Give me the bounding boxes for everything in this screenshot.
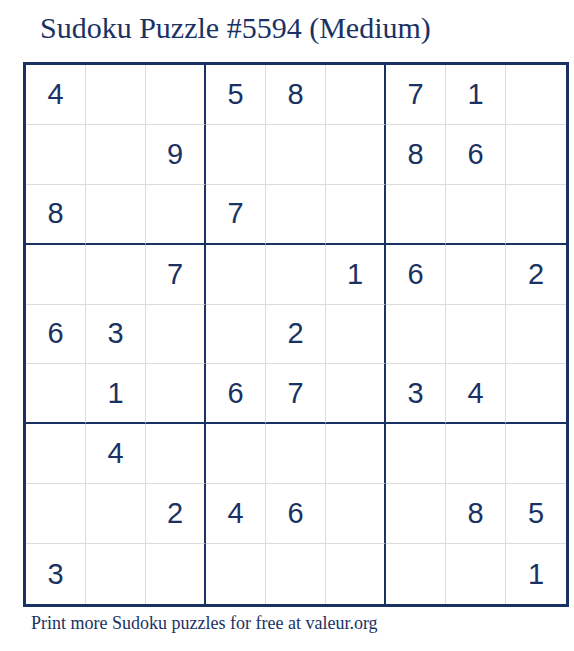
cell-r7-c3: [146, 424, 206, 484]
cell-r8-c4: 4: [206, 484, 266, 544]
cell-r6-c5: 7: [266, 364, 326, 424]
cell-r3-c2: [86, 185, 146, 245]
cell-r3-c1: 8: [26, 185, 86, 245]
sudoku-board: 458719868771626321673442468531: [23, 62, 569, 607]
cell-r1-c8: 1: [446, 65, 506, 125]
cell-r4-c4: [206, 245, 266, 305]
cell-r9-c8: [446, 544, 506, 604]
cell-r8-c8: 8: [446, 484, 506, 544]
cell-r7-c4: [206, 424, 266, 484]
cell-r9-c6: [326, 544, 386, 604]
cell-r9-c9: 1: [506, 544, 566, 604]
cell-r8-c5: 6: [266, 484, 326, 544]
cell-r2-c7: 8: [386, 125, 446, 185]
cell-r3-c5: [266, 185, 326, 245]
cell-r1-c5: 8: [266, 65, 326, 125]
cell-r1-c6: [326, 65, 386, 125]
cell-r4-c5: [266, 245, 326, 305]
cell-r7-c9: [506, 424, 566, 484]
cell-r1-c9: [506, 65, 566, 125]
cell-r5-c6: [326, 305, 386, 365]
cell-r2-c9: [506, 125, 566, 185]
cell-r3-c3: [146, 185, 206, 245]
cell-r6-c7: 3: [386, 364, 446, 424]
cell-r1-c1: 4: [26, 65, 86, 125]
cell-r7-c2: 4: [86, 424, 146, 484]
cell-r8-c1: [26, 484, 86, 544]
cell-r9-c5: [266, 544, 326, 604]
cell-r8-c2: [86, 484, 146, 544]
cell-r1-c2: [86, 65, 146, 125]
cell-r4-c9: 2: [506, 245, 566, 305]
cell-r4-c3: 7: [146, 245, 206, 305]
cell-r5-c2: 3: [86, 305, 146, 365]
cell-r9-c3: [146, 544, 206, 604]
cell-r4-c6: 1: [326, 245, 386, 305]
cell-r1-c3: [146, 65, 206, 125]
cell-r2-c6: [326, 125, 386, 185]
cell-r7-c6: [326, 424, 386, 484]
cell-r2-c2: [86, 125, 146, 185]
cell-r9-c1: 3: [26, 544, 86, 604]
cell-r2-c1: [26, 125, 86, 185]
cell-r7-c1: [26, 424, 86, 484]
cell-r5-c7: [386, 305, 446, 365]
cell-r5-c9: [506, 305, 566, 365]
cell-r4-c1: [26, 245, 86, 305]
cell-r8-c3: 2: [146, 484, 206, 544]
cell-r5-c4: [206, 305, 266, 365]
cell-r6-c6: [326, 364, 386, 424]
cell-r7-c8: [446, 424, 506, 484]
cell-r2-c5: [266, 125, 326, 185]
cell-r3-c6: [326, 185, 386, 245]
cell-r2-c8: 6: [446, 125, 506, 185]
cell-r1-c4: 5: [206, 65, 266, 125]
cell-r2-c4: [206, 125, 266, 185]
cell-r3-c4: 7: [206, 185, 266, 245]
page-title: Sudoku Puzzle #5594 (Medium): [40, 11, 431, 45]
cell-r6-c1: [26, 364, 86, 424]
cell-r3-c8: [446, 185, 506, 245]
cell-r9-c2: [86, 544, 146, 604]
cell-r9-c4: [206, 544, 266, 604]
cell-r1-c7: 7: [386, 65, 446, 125]
cell-r6-c3: [146, 364, 206, 424]
cell-r5-c5: 2: [266, 305, 326, 365]
footer-text: Print more Sudoku puzzles for free at va…: [31, 613, 378, 634]
cell-r3-c7: [386, 185, 446, 245]
cell-r6-c2: 1: [86, 364, 146, 424]
cell-r3-c9: [506, 185, 566, 245]
cell-r7-c5: [266, 424, 326, 484]
cell-r4-c8: [446, 245, 506, 305]
cell-r9-c7: [386, 544, 446, 604]
cell-r8-c6: [326, 484, 386, 544]
cell-r8-c7: [386, 484, 446, 544]
cell-r4-c7: 6: [386, 245, 446, 305]
cell-r4-c2: [86, 245, 146, 305]
cell-r5-c1: 6: [26, 305, 86, 365]
cell-r5-c8: [446, 305, 506, 365]
cell-r6-c9: [506, 364, 566, 424]
cell-r6-c4: 6: [206, 364, 266, 424]
cell-r7-c7: [386, 424, 446, 484]
cell-r2-c3: 9: [146, 125, 206, 185]
cell-r8-c9: 5: [506, 484, 566, 544]
cell-r6-c8: 4: [446, 364, 506, 424]
cell-r5-c3: [146, 305, 206, 365]
